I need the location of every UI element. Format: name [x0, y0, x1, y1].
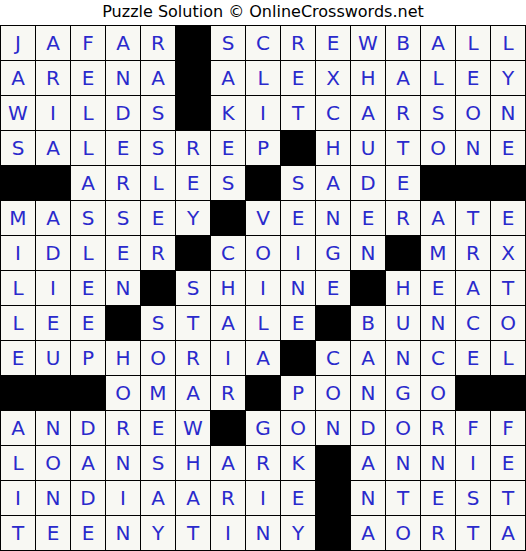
grid-cell: F: [71, 26, 105, 60]
grid-cell: R: [281, 26, 315, 60]
grid-cell: C: [316, 341, 350, 375]
block-cell: [316, 481, 350, 515]
grid-cell: T: [281, 96, 315, 130]
grid-cell: A: [351, 446, 385, 480]
grid-cell: Y: [491, 61, 525, 95]
block-cell: [36, 166, 70, 200]
grid-cell: E: [491, 131, 525, 165]
grid-cell: L: [71, 236, 105, 270]
grid-cell: I: [246, 96, 280, 130]
grid-cell: L: [491, 341, 525, 375]
grid-cell: R: [386, 201, 420, 235]
grid-cell: K: [211, 96, 245, 130]
grid-cell: E: [421, 271, 455, 305]
grid-cell: L: [1, 446, 35, 480]
grid-cell: D: [71, 411, 105, 445]
grid-cell: O: [36, 446, 70, 480]
grid-cell: I: [211, 341, 245, 375]
grid-cell: A: [421, 26, 455, 60]
grid-cell: L: [1, 306, 35, 340]
grid-cell: N: [106, 271, 140, 305]
block-cell: [36, 376, 70, 410]
block-cell: [456, 166, 490, 200]
grid-cell: T: [386, 481, 420, 515]
grid-cell: E: [71, 61, 105, 95]
grid-cell: C: [316, 96, 350, 130]
grid-cell: E: [456, 341, 490, 375]
grid-cell: H: [211, 271, 245, 305]
block-cell: [141, 271, 175, 305]
grid-cell: E: [491, 446, 525, 480]
grid-cell: N: [421, 306, 455, 340]
grid-cell: N: [316, 201, 350, 235]
grid-cell: R: [421, 516, 455, 550]
grid-cell: A: [351, 96, 385, 130]
grid-cell: H: [106, 341, 140, 375]
grid-cell: S: [141, 446, 175, 480]
grid-cell: E: [1, 341, 35, 375]
block-cell: [491, 166, 525, 200]
grid-cell: S: [211, 26, 245, 60]
grid-cell: A: [36, 201, 70, 235]
grid-cell: N: [386, 341, 420, 375]
grid-cell: E: [281, 481, 315, 515]
block-cell: [281, 131, 315, 165]
grid-cell: F: [456, 411, 490, 445]
grid-cell: A: [211, 61, 245, 95]
grid-cell: D: [36, 236, 70, 270]
grid-cell: N: [281, 271, 315, 305]
grid-cell: I: [246, 481, 280, 515]
grid-cell: A: [36, 26, 70, 60]
puzzle-solution-page: Puzzle Solution © OnlineCrosswords.net J…: [0, 0, 526, 551]
grid-cell: A: [211, 446, 245, 480]
grid-cell: L: [71, 131, 105, 165]
grid-cell: I: [1, 481, 35, 515]
grid-cell: A: [316, 166, 350, 200]
grid-cell: I: [106, 481, 140, 515]
grid-cell: L: [246, 61, 280, 95]
grid-cell: E: [106, 131, 140, 165]
grid-cell: B: [386, 26, 420, 60]
grid-cell: K: [281, 446, 315, 480]
grid-cell: R: [141, 236, 175, 270]
grid-cell: E: [316, 26, 350, 60]
grid-cell: E: [351, 201, 385, 235]
grid-cell: T: [456, 201, 490, 235]
grid-cell: S: [141, 131, 175, 165]
grid-cell: O: [421, 131, 455, 165]
block-cell: [106, 306, 140, 340]
grid-cell: N: [351, 481, 385, 515]
grid-cell: H: [176, 446, 210, 480]
grid-cell: S: [1, 131, 35, 165]
grid-cell: W: [351, 26, 385, 60]
page-title: Puzzle Solution © OnlineCrosswords.net: [0, 0, 526, 25]
grid-cell: N: [316, 411, 350, 445]
grid-cell: A: [176, 376, 210, 410]
grid-cell: O: [106, 376, 140, 410]
grid-cell: P: [71, 341, 105, 375]
block-cell: [176, 61, 210, 95]
grid-cell: N: [386, 446, 420, 480]
grid-cell: O: [141, 341, 175, 375]
grid-cell: O: [491, 306, 525, 340]
grid-cell: O: [386, 411, 420, 445]
grid-cell: V: [246, 201, 280, 235]
block-cell: [491, 376, 525, 410]
grid-cell: E: [456, 61, 490, 95]
grid-cell: I: [36, 271, 70, 305]
grid-cell: M: [1, 201, 35, 235]
grid-cell: S: [141, 306, 175, 340]
grid-cell: N: [421, 446, 455, 480]
grid-cell: L: [246, 306, 280, 340]
grid-cell: T: [456, 516, 490, 550]
grid-cell: S: [421, 96, 455, 130]
grid-cell: R: [211, 376, 245, 410]
grid-cell: E: [141, 201, 175, 235]
grid-cell: L: [456, 26, 490, 60]
grid-cell: G: [246, 411, 280, 445]
block-cell: [316, 446, 350, 480]
block-cell: [351, 271, 385, 305]
grid-cell: R: [141, 26, 175, 60]
block-cell: [1, 166, 35, 200]
grid-cell: T: [386, 131, 420, 165]
block-cell: [71, 376, 105, 410]
grid-cell: T: [491, 481, 525, 515]
grid-cell: A: [106, 26, 140, 60]
grid-cell: H: [351, 61, 385, 95]
grid-cell: L: [491, 26, 525, 60]
grid-cell: A: [351, 341, 385, 375]
grid-cell: A: [246, 341, 280, 375]
block-cell: [281, 341, 315, 375]
grid-cell: T: [176, 306, 210, 340]
grid-cell: I: [36, 96, 70, 130]
grid-cell: N: [456, 131, 490, 165]
grid-cell: A: [421, 201, 455, 235]
grid-cell: R: [211, 481, 245, 515]
grid-cell: F: [491, 411, 525, 445]
grid-cell: I: [1, 236, 35, 270]
grid-cell: S: [456, 481, 490, 515]
grid-cell: R: [456, 236, 490, 270]
grid-cell: H: [316, 131, 350, 165]
grid-cell: S: [211, 166, 245, 200]
grid-cell: R: [176, 341, 210, 375]
grid-cell: S: [281, 166, 315, 200]
grid-cell: A: [141, 61, 175, 95]
grid-cell: E: [36, 516, 70, 550]
grid-cell: E: [386, 166, 420, 200]
grid-cell: A: [1, 61, 35, 95]
grid-cell: E: [316, 271, 350, 305]
grid-cell: R: [386, 96, 420, 130]
grid-cell: E: [281, 201, 315, 235]
grid-cell: N: [36, 411, 70, 445]
grid-cell: R: [36, 61, 70, 95]
block-cell: [176, 96, 210, 130]
grid-cell: E: [176, 166, 210, 200]
grid-cell: A: [491, 516, 525, 550]
grid-cell: A: [211, 306, 245, 340]
grid-cell: N: [246, 516, 280, 550]
block-cell: [1, 376, 35, 410]
grid-cell: A: [1, 411, 35, 445]
grid-cell: E: [71, 306, 105, 340]
grid-cell: G: [316, 236, 350, 270]
crossword-grid: JAFARSCREWBALLARENAALEXHALEYWILDSKITCARS…: [0, 25, 526, 551]
grid-cell: Y: [176, 201, 210, 235]
grid-cell: P: [281, 376, 315, 410]
block-cell: [211, 201, 245, 235]
grid-cell: A: [456, 271, 490, 305]
grid-cell: P: [246, 131, 280, 165]
block-cell: [316, 516, 350, 550]
grid-cell: E: [281, 306, 315, 340]
grid-cell: A: [351, 516, 385, 550]
grid-cell: R: [106, 411, 140, 445]
block-cell: [176, 236, 210, 270]
grid-cell: Y: [141, 516, 175, 550]
grid-cell: C: [246, 26, 280, 60]
block-cell: [456, 376, 490, 410]
grid-cell: J: [1, 26, 35, 60]
grid-cell: Y: [281, 516, 315, 550]
grid-cell: R: [176, 131, 210, 165]
grid-cell: O: [386, 516, 420, 550]
grid-cell: A: [141, 481, 175, 515]
grid-cell: S: [176, 271, 210, 305]
grid-cell: E: [421, 481, 455, 515]
grid-cell: N: [491, 96, 525, 130]
grid-cell: R: [246, 446, 280, 480]
grid-cell: O: [246, 236, 280, 270]
grid-cell: O: [281, 411, 315, 445]
grid-cell: C: [421, 341, 455, 375]
grid-cell: O: [421, 376, 455, 410]
grid-cell: W: [1, 96, 35, 130]
grid-cell: B: [351, 306, 385, 340]
grid-cell: X: [491, 236, 525, 270]
grid-cell: L: [421, 61, 455, 95]
grid-cell: A: [176, 481, 210, 515]
block-cell: [176, 26, 210, 60]
grid-cell: I: [246, 271, 280, 305]
grid-cell: E: [281, 61, 315, 95]
grid-cell: A: [71, 166, 105, 200]
grid-cell: I: [281, 236, 315, 270]
block-cell: [246, 166, 280, 200]
grid-cell: C: [211, 236, 245, 270]
grid-cell: H: [386, 271, 420, 305]
grid-cell: I: [211, 516, 245, 550]
grid-cell: N: [106, 61, 140, 95]
grid-cell: L: [71, 96, 105, 130]
grid-cell: E: [106, 236, 140, 270]
grid-cell: D: [106, 96, 140, 130]
grid-cell: S: [141, 96, 175, 130]
grid-cell: L: [141, 166, 175, 200]
grid-cell: E: [71, 271, 105, 305]
grid-cell: A: [36, 131, 70, 165]
grid-cell: C: [456, 306, 490, 340]
block-cell: [211, 411, 245, 445]
grid-cell: L: [1, 271, 35, 305]
grid-cell: R: [106, 166, 140, 200]
grid-cell: U: [386, 306, 420, 340]
grid-cell: O: [456, 96, 490, 130]
grid-cell: N: [351, 376, 385, 410]
grid-cell: E: [141, 411, 175, 445]
grid-cell: E: [36, 306, 70, 340]
block-cell: [421, 166, 455, 200]
grid-cell: R: [421, 411, 455, 445]
grid-cell: U: [351, 131, 385, 165]
grid-cell: T: [491, 271, 525, 305]
grid-cell: N: [351, 236, 385, 270]
grid-cell: D: [351, 411, 385, 445]
grid-cell: G: [386, 376, 420, 410]
grid-cell: N: [106, 446, 140, 480]
grid-cell: E: [491, 201, 525, 235]
grid-cell: E: [71, 516, 105, 550]
grid-cell: N: [36, 481, 70, 515]
grid-cell: W: [176, 411, 210, 445]
grid-cell: S: [71, 201, 105, 235]
grid-cell: T: [1, 516, 35, 550]
grid-cell: N: [106, 516, 140, 550]
grid-cell: D: [351, 166, 385, 200]
grid-cell: M: [421, 236, 455, 270]
grid-cell: O: [316, 376, 350, 410]
grid-cell: I: [456, 446, 490, 480]
grid-cell: A: [386, 61, 420, 95]
grid-cell: X: [316, 61, 350, 95]
grid-cell: T: [176, 516, 210, 550]
block-cell: [386, 236, 420, 270]
grid-cell: D: [71, 481, 105, 515]
grid-cell: S: [106, 201, 140, 235]
block-cell: [316, 306, 350, 340]
grid-cell: E: [211, 131, 245, 165]
grid-cell: U: [36, 341, 70, 375]
block-cell: [246, 376, 280, 410]
grid-cell: A: [71, 446, 105, 480]
grid-cell: M: [141, 376, 175, 410]
